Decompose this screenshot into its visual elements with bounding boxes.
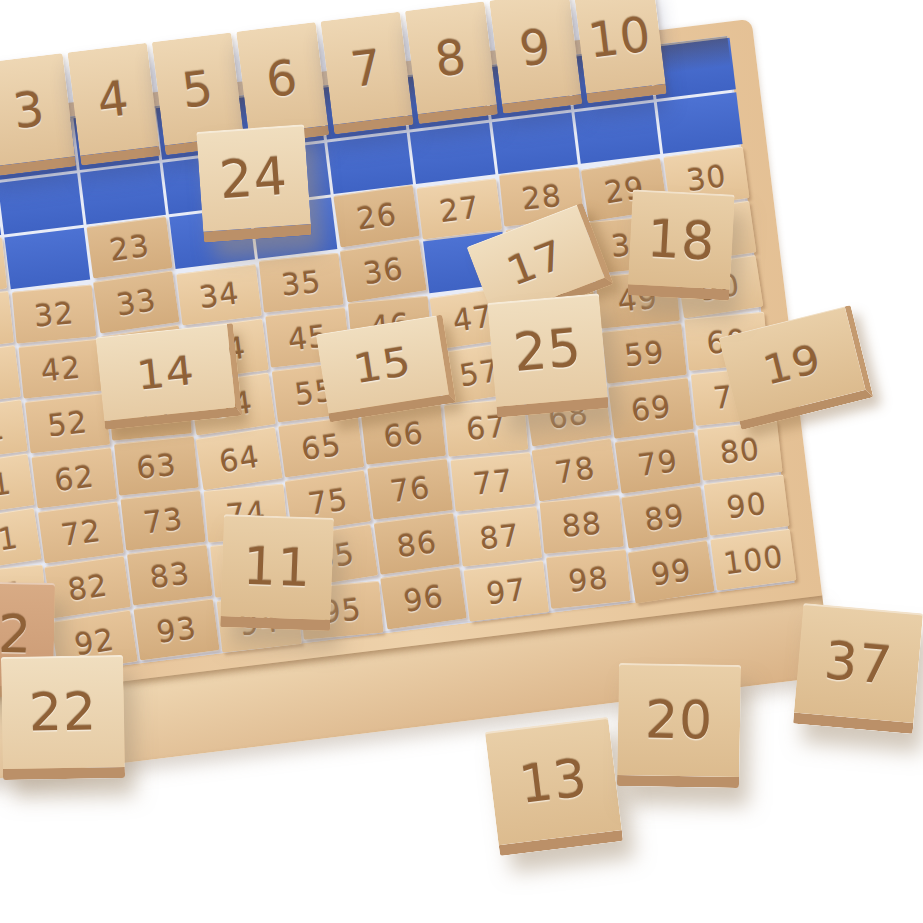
loose-tile-11[interactable]: 11 — [220, 514, 334, 631]
board-tile-26[interactable]: 26 — [333, 185, 420, 248]
loose-tile-13[interactable]: 13 — [485, 717, 623, 856]
tile-number: 89 — [642, 497, 687, 537]
board-cell-empty[interactable] — [574, 102, 660, 163]
board-tile-82[interactable]: 82 — [44, 556, 131, 619]
tile-number: 61 — [0, 465, 14, 505]
board-tile-59[interactable]: 59 — [602, 323, 687, 384]
tile-number: 12 — [0, 603, 33, 664]
tile-number: 66 — [382, 415, 426, 454]
standing-tile-8[interactable]: 8 — [405, 1, 498, 124]
board-tile-34[interactable]: 34 — [176, 264, 262, 325]
tile-number: 72 — [59, 512, 103, 552]
tile-number: 59 — [622, 334, 666, 373]
tile-number: 75 — [306, 481, 351, 521]
tile-number: 98 — [567, 559, 611, 598]
standing-tile-3[interactable]: 3 — [0, 53, 76, 176]
tile-number: 77 — [471, 462, 515, 501]
tile-number: 27 — [437, 189, 481, 229]
board-tile-23[interactable]: 23 — [86, 216, 172, 278]
board-tile-88[interactable]: 88 — [540, 495, 624, 554]
tile-number: 88 — [560, 505, 603, 543]
board-tile-32[interactable]: 32 — [12, 285, 96, 344]
tile-number: 34 — [197, 275, 241, 315]
board-tile-83[interactable]: 83 — [127, 544, 213, 605]
tile-number: 17 — [500, 231, 571, 295]
board-cell-empty[interactable] — [492, 113, 578, 174]
tile-number: 64 — [217, 438, 262, 479]
board-tile-73[interactable]: 73 — [120, 490, 205, 551]
board-tile-33[interactable]: 33 — [93, 271, 180, 334]
board-tile-79[interactable]: 79 — [615, 432, 701, 494]
board-tile-99[interactable]: 99 — [628, 540, 715, 604]
board-tile-64[interactable]: 64 — [196, 427, 283, 491]
tile-number: 78 — [552, 449, 597, 490]
standing-tile-4[interactable]: 4 — [67, 43, 160, 166]
tile-number: 93 — [154, 610, 198, 650]
tile-number: 28 — [520, 177, 564, 216]
loose-tile-14[interactable]: 14 — [96, 323, 243, 430]
tile-number: 35 — [279, 263, 323, 302]
tile-number: 71 — [0, 519, 21, 560]
tile-number: 6 — [263, 49, 301, 108]
board-tile-72[interactable]: 72 — [38, 501, 124, 563]
board-tile-27[interactable]: 27 — [416, 178, 502, 239]
board-tile-98[interactable]: 98 — [546, 549, 631, 609]
tile-number: 23 — [107, 227, 151, 267]
tile-number: 7 — [347, 38, 385, 97]
tile-number: 24 — [218, 146, 290, 211]
board-cell-empty[interactable] — [410, 123, 496, 184]
tile-number: 3 — [10, 80, 48, 139]
loose-tile-24[interactable]: 24 — [196, 124, 311, 242]
board-tile-51[interactable]: 51 — [0, 399, 28, 461]
standing-tile-7[interactable]: 7 — [320, 12, 413, 135]
board-tile-42[interactable]: 42 — [18, 339, 103, 399]
board-tile-52[interactable]: 52 — [25, 393, 110, 454]
loose-tile-37[interactable]: 37 — [793, 603, 923, 734]
board-tile-69[interactable]: 69 — [608, 377, 694, 438]
tile-number: 9 — [516, 18, 554, 77]
standing-tile-9[interactable]: 9 — [489, 0, 582, 114]
tile-number: 51 — [0, 410, 7, 450]
board-tile-35[interactable]: 35 — [259, 253, 344, 313]
board-tile-76[interactable]: 76 — [367, 458, 453, 519]
tile-number: 63 — [135, 446, 179, 485]
tile-number: 19 — [758, 335, 825, 394]
tile-number: 5 — [179, 59, 217, 118]
tile-number: 96 — [401, 578, 446, 618]
board-tile-71[interactable]: 71 — [0, 508, 42, 572]
tile-number: 20 — [644, 689, 713, 750]
tile-number: 76 — [388, 469, 432, 509]
tile-number: 8 — [432, 28, 470, 87]
board-tile-61[interactable]: 61 — [0, 454, 35, 517]
board-tile-86[interactable]: 86 — [374, 513, 460, 575]
hundred-board-scene: 12345678910 2123262728293031323334353638… — [0, 0, 923, 923]
tile-number: 73 — [141, 501, 185, 540]
tile-number: 33 — [114, 282, 159, 322]
tile-number: 42 — [39, 349, 83, 388]
tile-number: 80 — [718, 431, 762, 470]
tile-number: 79 — [636, 443, 680, 483]
tile-number: 10 — [585, 5, 654, 68]
tile-number: 22 — [28, 681, 97, 742]
board-tile-93[interactable]: 93 — [133, 598, 219, 660]
tile-number: 100 — [721, 538, 785, 581]
tile-number: 36 — [361, 250, 406, 291]
tile-number: 13 — [516, 747, 591, 815]
board-cell-empty[interactable] — [327, 133, 413, 194]
tile-number: 25 — [511, 317, 584, 383]
tile-number: 37 — [822, 630, 895, 696]
loose-tile-22[interactable]: 22 — [1, 655, 125, 780]
tile-number: 52 — [46, 404, 90, 443]
tile-number: 83 — [148, 555, 192, 595]
tile-number: 99 — [649, 551, 694, 592]
board-tile-100[interactable]: 100 — [710, 529, 796, 591]
tile-number: 69 — [629, 388, 673, 428]
board-tile-65[interactable]: 65 — [278, 415, 364, 477]
standing-tile-10[interactable]: 10 — [574, 0, 667, 104]
board-tile-62[interactable]: 62 — [31, 447, 117, 508]
board-cell-empty[interactable] — [0, 173, 84, 234]
tile-number: 62 — [52, 458, 96, 498]
board-tile-80[interactable]: 80 — [697, 420, 782, 481]
tile-number: 65 — [299, 427, 343, 467]
tile-number: 11 — [242, 536, 312, 598]
board-tile-96[interactable]: 96 — [380, 567, 467, 630]
board-tile-78[interactable]: 78 — [531, 438, 618, 502]
loose-tile-20[interactable]: 20 — [617, 663, 741, 788]
tile-number: 4 — [94, 70, 132, 129]
board-tile-41[interactable]: 41 — [0, 345, 21, 406]
board-tile-36[interactable]: 36 — [340, 239, 427, 303]
tile-number: 15 — [350, 337, 414, 391]
loose-tile-18[interactable]: 18 — [627, 189, 734, 300]
tile-number: 82 — [65, 567, 110, 607]
tile-number: 97 — [484, 571, 528, 611]
board-tile-77[interactable]: 77 — [450, 452, 535, 512]
board-tile-87[interactable]: 87 — [457, 506, 542, 567]
tile-number: 87 — [478, 517, 522, 556]
board-tile-97[interactable]: 97 — [463, 560, 549, 621]
loose-tile-25[interactable]: 25 — [487, 293, 609, 417]
board-cell-empty[interactable] — [80, 163, 166, 224]
board-tile-63[interactable]: 63 — [114, 436, 199, 496]
tile-number: 14 — [134, 346, 196, 398]
tile-number: 90 — [725, 485, 769, 525]
tile-number: 86 — [395, 524, 439, 564]
board-cell-empty[interactable] — [657, 92, 743, 153]
board-tile-89[interactable]: 89 — [621, 486, 708, 549]
tile-number: 32 — [33, 295, 76, 333]
board-tile-90[interactable]: 90 — [704, 474, 790, 535]
board-cell-empty[interactable] — [4, 228, 90, 289]
tile-number: 26 — [354, 196, 399, 236]
tile-number: 18 — [646, 208, 717, 271]
